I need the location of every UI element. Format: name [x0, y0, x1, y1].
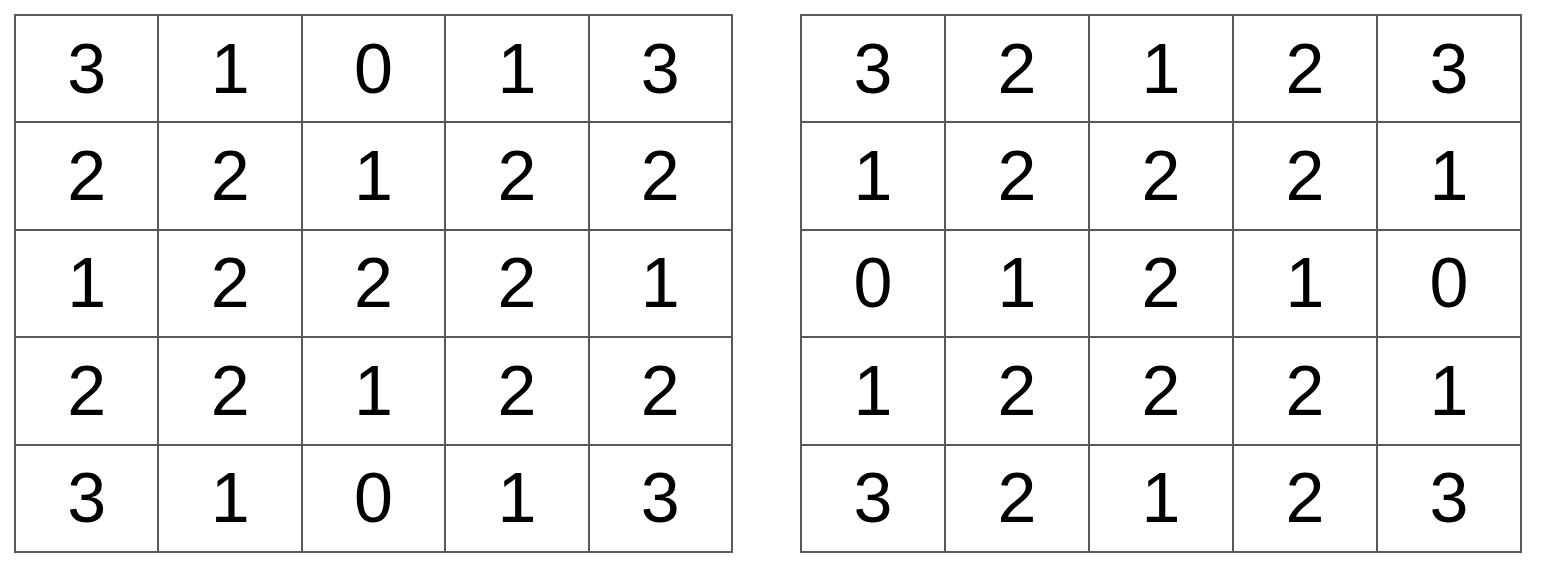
grid-cell-right-r1c5: 3: [1378, 16, 1520, 121]
grid-cell-right-r3c4: 1: [1234, 231, 1376, 336]
grid-cell-left-r3c2: 2: [159, 231, 300, 336]
grid-cell-right-r4c5: 1: [1378, 338, 1520, 443]
grid-cell-left-r3c3: 2: [303, 231, 444, 336]
grid-cell-right-r5c4: 2: [1234, 446, 1376, 551]
grid-cell-left-r5c3: 0: [303, 446, 444, 551]
grid-cell-left-r2c2: 2: [159, 123, 300, 228]
grid-cell-right-r2c4: 2: [1234, 123, 1376, 228]
grid-cell-right-r4c2: 2: [946, 338, 1088, 443]
grid-cell-left-r5c4: 1: [446, 446, 587, 551]
grid-cell-left-r2c1: 2: [16, 123, 157, 228]
grid-cell-right-r1c2: 2: [946, 16, 1088, 121]
grid-cell-left-r3c1: 1: [16, 231, 157, 336]
grid-cell-left-r3c5: 1: [590, 231, 731, 336]
grid-cell-right-r4c3: 2: [1090, 338, 1232, 443]
grid-cell-right-r3c1: 0: [802, 231, 944, 336]
grid-cell-left-r5c1: 3: [16, 446, 157, 551]
grid-cell-left-r4c3: 1: [303, 338, 444, 443]
grid-cell-left-r2c4: 2: [446, 123, 587, 228]
grid-cell-left-r4c2: 2: [159, 338, 300, 443]
grid-cell-right-r5c2: 2: [946, 446, 1088, 551]
grid-cell-left-r1c1: 3: [16, 16, 157, 121]
grid-cell-right-r4c4: 2: [1234, 338, 1376, 443]
grid-cell-right-r5c3: 1: [1090, 446, 1232, 551]
grid-cell-right-r2c1: 1: [802, 123, 944, 228]
grid-cell-left-r1c4: 1: [446, 16, 587, 121]
left-number-grid: 3101322122122212212231013: [14, 14, 733, 553]
grid-cell-right-r4c1: 1: [802, 338, 944, 443]
grid-cell-left-r1c5: 3: [590, 16, 731, 121]
grid-cell-left-r2c3: 1: [303, 123, 444, 228]
grid-cell-right-r3c5: 0: [1378, 231, 1520, 336]
puzzle-page: 3101322122122212212231013 32123122210121…: [0, 0, 1546, 575]
grid-cell-right-r2c2: 2: [946, 123, 1088, 228]
grid-cell-right-r2c5: 1: [1378, 123, 1520, 228]
grid-cell-right-r1c1: 3: [802, 16, 944, 121]
right-number-grid: 3212312221012101222132123: [800, 14, 1522, 553]
grid-cell-right-r3c3: 2: [1090, 231, 1232, 336]
grid-cell-right-r5c1: 3: [802, 446, 944, 551]
grid-cell-left-r4c5: 2: [590, 338, 731, 443]
grid-cell-right-r3c2: 1: [946, 231, 1088, 336]
grid-cell-left-r1c2: 1: [159, 16, 300, 121]
grid-cell-left-r5c5: 3: [590, 446, 731, 551]
grid-cell-left-r2c5: 2: [590, 123, 731, 228]
grid-cell-right-r2c3: 2: [1090, 123, 1232, 228]
grid-cell-left-r5c2: 1: [159, 446, 300, 551]
grid-cell-left-r4c4: 2: [446, 338, 587, 443]
grid-cell-right-r1c4: 2: [1234, 16, 1376, 121]
grid-cell-left-r1c3: 0: [303, 16, 444, 121]
grid-cell-right-r1c3: 1: [1090, 16, 1232, 121]
grid-cell-left-r3c4: 2: [446, 231, 587, 336]
grid-cell-left-r4c1: 2: [16, 338, 157, 443]
grid-cell-right-r5c5: 3: [1378, 446, 1520, 551]
